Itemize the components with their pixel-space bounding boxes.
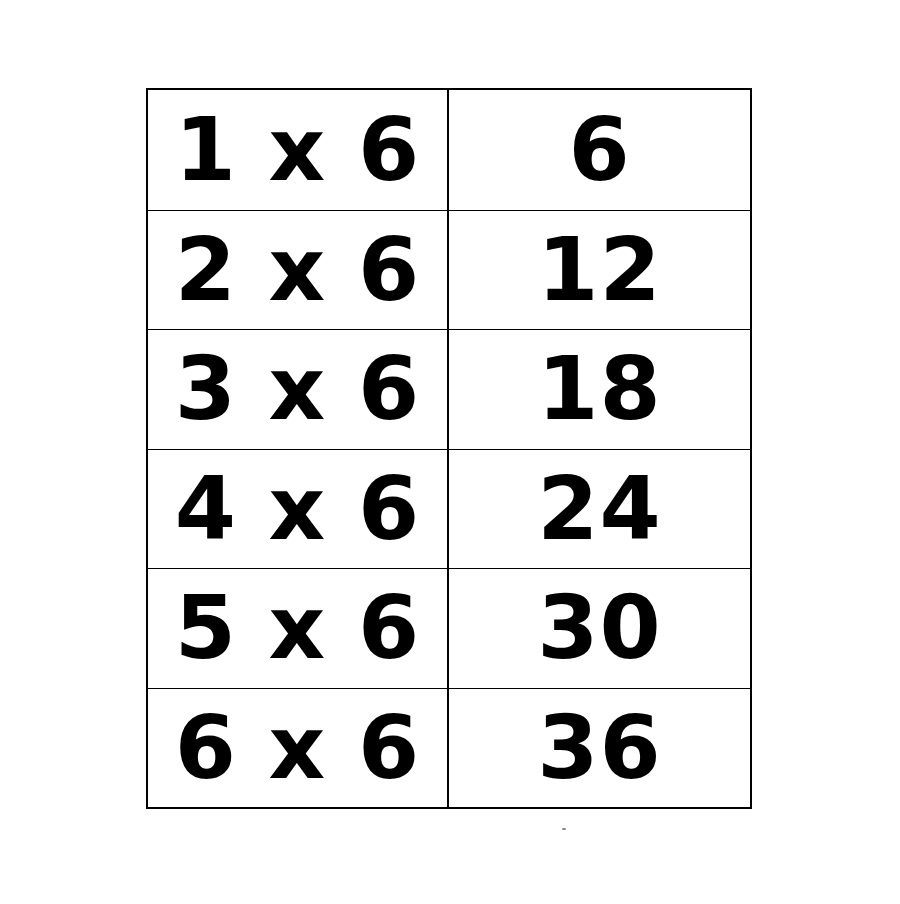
product-cell-24: 24 bbox=[449, 449, 750, 569]
expression-cell-2x6: 2 x 6 bbox=[148, 210, 449, 330]
expression-cell-6x6: 6 x 6 bbox=[148, 688, 449, 808]
product-cell-30: 30 bbox=[449, 568, 750, 688]
expression-cell-3x6: 3 x 6 bbox=[148, 329, 449, 449]
expression-cell-5x6: 5 x 6 bbox=[148, 568, 449, 688]
scan-artifact-dot bbox=[562, 828, 566, 830]
expression-cell-1x6: 1 x 6 bbox=[148, 90, 449, 210]
product-cell-36: 36 bbox=[449, 688, 750, 808]
product-cell-12: 12 bbox=[449, 210, 750, 330]
product-cell-18: 18 bbox=[449, 329, 750, 449]
product-cell-6: 6 bbox=[449, 90, 750, 210]
expression-cell-4x6: 4 x 6 bbox=[148, 449, 449, 569]
worksheet-page: 1 x 6 6 2 x 6 12 3 x 6 18 4 x 6 24 5 x 6… bbox=[0, 0, 900, 904]
flashcard-grid: 1 x 6 6 2 x 6 12 3 x 6 18 4 x 6 24 5 x 6… bbox=[146, 88, 752, 809]
